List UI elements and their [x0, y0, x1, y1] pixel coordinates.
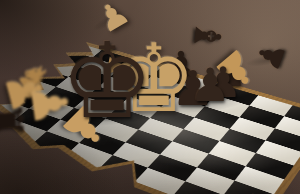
dark-pawn-2[interactable]: ♟: [189, 62, 230, 108]
fallen-dark-rook-left-edge[interactable]: ♜: [0, 100, 29, 141]
black-king[interactable]: ♚: [60, 29, 153, 133]
chess-scene: ♟♟♝♟♟♝♚♚♟♟♟♟♟♟♞♟♜: [0, 0, 300, 194]
